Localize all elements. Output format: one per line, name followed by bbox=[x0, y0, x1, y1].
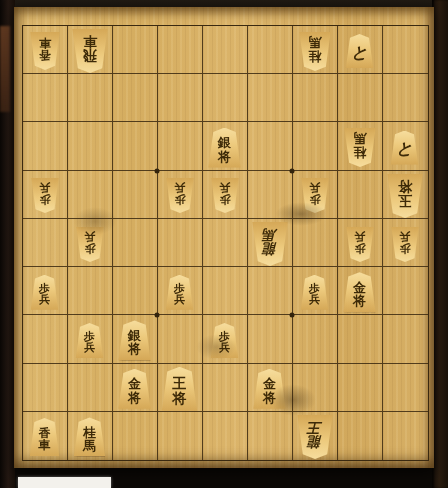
square-5f bbox=[203, 267, 248, 315]
hoshi-dot bbox=[290, 169, 295, 174]
square-1i bbox=[383, 412, 428, 460]
square-7e bbox=[113, 219, 158, 267]
square-3c bbox=[293, 122, 338, 170]
square-4g bbox=[248, 315, 293, 363]
square-3g bbox=[293, 315, 338, 363]
square-4i bbox=[248, 412, 293, 460]
square-9c bbox=[23, 122, 68, 170]
square-8d bbox=[68, 171, 113, 219]
square-7d bbox=[113, 171, 158, 219]
square-8h bbox=[68, 364, 113, 412]
square-6a bbox=[158, 26, 203, 74]
square-8b bbox=[68, 74, 113, 122]
subtitle-bar bbox=[18, 477, 111, 488]
hoshi-dot bbox=[155, 313, 160, 318]
hoshi-dot bbox=[290, 313, 295, 318]
square-2g bbox=[338, 315, 383, 363]
square-6g bbox=[158, 315, 203, 363]
square-9g bbox=[23, 315, 68, 363]
square-5b bbox=[203, 74, 248, 122]
square-2h bbox=[338, 364, 383, 412]
square-7a bbox=[113, 26, 158, 74]
square-1h bbox=[383, 364, 428, 412]
square-9e bbox=[23, 219, 68, 267]
square-6i bbox=[158, 412, 203, 460]
square-1b bbox=[383, 74, 428, 122]
square-4b bbox=[248, 74, 293, 122]
square-6c bbox=[158, 122, 203, 170]
square-7f bbox=[113, 267, 158, 315]
hoshi-dot bbox=[155, 169, 160, 174]
square-5i bbox=[203, 412, 248, 460]
square-3b bbox=[293, 74, 338, 122]
square-8c bbox=[68, 122, 113, 170]
square-4a bbox=[248, 26, 293, 74]
square-9b bbox=[23, 74, 68, 122]
square-1a bbox=[383, 26, 428, 74]
square-9h bbox=[23, 364, 68, 412]
square-7i bbox=[113, 412, 158, 460]
square-3h bbox=[293, 364, 338, 412]
square-1g bbox=[383, 315, 428, 363]
table-edge-left bbox=[0, 0, 15, 488]
square-5e bbox=[203, 219, 248, 267]
square-3e bbox=[293, 219, 338, 267]
table-edge-right bbox=[432, 0, 448, 488]
square-5h bbox=[203, 364, 248, 412]
square-2b bbox=[338, 74, 383, 122]
square-6e bbox=[158, 219, 203, 267]
square-1f bbox=[383, 267, 428, 315]
video-frame: 香車飛車桂馬と銀将桂馬と歩兵歩兵歩兵歩兵玉将歩兵龍馬歩兵歩兵歩兵歩兵歩兵金将歩兵… bbox=[0, 0, 448, 488]
square-2d bbox=[338, 171, 383, 219]
square-8f bbox=[68, 267, 113, 315]
square-4c bbox=[248, 122, 293, 170]
square-4d bbox=[248, 171, 293, 219]
square-2i bbox=[338, 412, 383, 460]
square-6b bbox=[158, 74, 203, 122]
square-7c bbox=[113, 122, 158, 170]
square-7b bbox=[113, 74, 158, 122]
square-5a bbox=[203, 26, 248, 74]
square-4f bbox=[248, 267, 293, 315]
